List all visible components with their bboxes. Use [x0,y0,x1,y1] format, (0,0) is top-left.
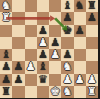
square-b2[interactable]: ♟ [12,74,24,86]
square-g4[interactable] [74,49,86,61]
white-king-e1[interactable]: ♚ [50,86,60,98]
black-pawn-b3[interactable]: ♟ [13,61,23,73]
chess-analysis-screenshot: { "game": "chess", "position": { "fen": … [0,0,100,99]
black-bishop-d3[interactable]: ♝ [38,61,48,73]
square-e7[interactable] [49,12,61,24]
white-knight-f3[interactable]: ♞ [62,61,72,73]
square-b7[interactable] [12,12,24,24]
square-a6[interactable] [0,25,12,37]
square-b8[interactable] [12,0,24,12]
square-f2[interactable]: ♟ [61,74,73,86]
square-f6[interactable]: ♚ [61,25,73,37]
white-knight-f1[interactable]: ♞ [62,86,72,98]
chess-board-grid: ♞♝♞♜♜♟♟♟♚♟♟♟♝♟♟♟♟♟♟♝♞♟♟♛♟♟♟♜♚♞♜ [0,0,98,98]
square-g1[interactable] [74,86,86,98]
black-knight-g8[interactable]: ♞ [75,0,85,12]
black-pawn-g6[interactable]: ♟ [75,25,85,37]
black-pawn-f4[interactable]: ♟ [62,49,72,61]
square-f3[interactable]: ♞ [61,61,73,73]
white-pawn-f2[interactable]: ♟ [62,74,72,86]
square-b5[interactable] [12,37,24,49]
square-h3[interactable] [86,61,98,73]
square-a3[interactable]: ♟ [0,61,12,73]
black-rook-a1[interactable]: ♜ [1,86,11,98]
square-d7[interactable] [37,12,49,24]
square-e8[interactable] [49,0,61,12]
square-d1[interactable] [37,86,49,98]
square-g8[interactable]: ♞ [74,0,86,12]
black-pawn-b2[interactable]: ♟ [13,74,23,86]
square-g7[interactable] [74,12,86,24]
square-a7[interactable]: ♜ [0,12,12,24]
black-pawn-e5[interactable]: ♟ [50,37,60,49]
square-c2[interactable] [25,74,37,86]
square-c8[interactable] [25,0,37,12]
white-pawn-h2[interactable]: ♟ [87,74,97,86]
square-c6[interactable] [25,25,37,37]
black-pawn-a3[interactable]: ♟ [1,61,11,73]
square-g6[interactable]: ♟ [74,25,86,37]
square-d2[interactable]: ♛ [37,74,49,86]
square-c7[interactable] [25,12,37,24]
square-d3[interactable]: ♝ [37,61,49,73]
white-rook-a7[interactable]: ♜ [1,12,11,24]
white-pawn-g2[interactable]: ♟ [75,74,85,86]
square-g3[interactable] [74,61,86,73]
square-c3[interactable]: ♟ [25,61,37,73]
square-g2[interactable]: ♟ [74,74,86,86]
square-e3[interactable] [49,61,61,73]
square-d8[interactable] [37,0,49,12]
square-c1[interactable] [25,86,37,98]
square-g5[interactable] [74,37,86,49]
black-king-f6[interactable]: ♚ [62,25,72,37]
white-rook-h1[interactable]: ♜ [87,86,97,98]
black-pawn-h7[interactable]: ♟ [87,12,97,24]
square-h1[interactable]: ♜ [86,86,98,98]
black-queen-d2[interactable]: ♛ [38,74,48,86]
black-pawn-a2[interactable]: ♟ [1,74,11,86]
square-f7[interactable]: ♟ [61,12,73,24]
square-b3[interactable]: ♟ [12,61,24,73]
square-a1[interactable]: ♜ [0,86,12,98]
black-pawn-f7[interactable]: ♟ [62,12,72,24]
square-e1[interactable]: ♚ [49,86,61,98]
square-h5[interactable] [86,37,98,49]
black-pawn-d6[interactable]: ♟ [38,25,48,37]
square-h7[interactable]: ♟ [86,12,98,24]
chess-board: ♞♝♞♜♜♟♟♟♚♟♟♟♝♟♟♟♟♟♟♝♞♟♟♛♟♟♟♜♚♞♜ [0,0,98,98]
white-pawn-e4[interactable]: ♟ [50,49,60,61]
square-b6[interactable] [12,25,24,37]
square-h6[interactable] [86,25,98,37]
square-b1[interactable] [12,86,24,98]
square-d6[interactable]: ♟ [37,25,49,37]
square-e2[interactable] [49,74,61,86]
square-h2[interactable]: ♟ [86,74,98,86]
square-e4[interactable]: ♟ [49,49,61,61]
square-f1[interactable]: ♞ [61,86,73,98]
square-c5[interactable] [25,37,37,49]
square-e6[interactable] [49,25,61,37]
white-knight-a8[interactable]: ♞ [1,0,11,12]
square-h4[interactable] [86,49,98,61]
white-pawn-c3[interactable]: ♟ [26,61,36,73]
square-a2[interactable]: ♟ [0,74,12,86]
